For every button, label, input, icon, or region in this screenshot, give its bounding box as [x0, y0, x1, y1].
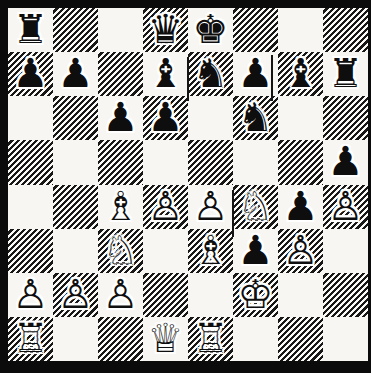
square-h1 [323, 317, 368, 361]
piece-black-knight: ♞ [193, 53, 229, 93]
square-e2 [188, 273, 233, 317]
piece-white-pawn: ♙ [193, 186, 229, 226]
piece-black-bishop: ♝ [148, 53, 184, 93]
square-h4: ♙ [323, 185, 368, 229]
square-a2: ♙ [8, 273, 53, 317]
square-a1: ♖ [8, 317, 53, 361]
square-c6: ♟ [98, 96, 143, 140]
piece-black-bishop: ♝ [283, 53, 319, 93]
piece-white-pawn: ♙ [103, 274, 139, 314]
piece-white-pawn: ♙ [328, 186, 364, 226]
square-c3: ♘ [98, 229, 143, 273]
square-a5 [8, 140, 53, 184]
square-c5 [98, 140, 143, 184]
square-e7: ♞ [188, 52, 233, 96]
piece-black-pawn: ♟ [148, 97, 184, 137]
square-b1 [53, 317, 98, 361]
square-d7: ♝ [143, 52, 188, 96]
square-a4 [8, 185, 53, 229]
square-h7: ♜ [323, 52, 368, 96]
scan-artifact-line [271, 55, 273, 101]
square-h6 [323, 96, 368, 140]
square-e1: ♖ [188, 317, 233, 361]
piece-white-pawn: ♙ [148, 186, 184, 226]
piece-black-rook: ♜ [13, 9, 49, 49]
piece-white-rook: ♖ [193, 318, 229, 358]
square-f8 [233, 8, 278, 52]
square-b3 [53, 229, 98, 273]
square-h2 [323, 273, 368, 317]
square-e3: ♗ [188, 229, 233, 273]
square-g1 [278, 317, 323, 361]
square-f3: ♟ [233, 229, 278, 273]
piece-white-knight: ♘ [103, 230, 139, 270]
square-c2: ♙ [98, 273, 143, 317]
square-g4: ♟ [278, 185, 323, 229]
square-e6 [188, 96, 233, 140]
piece-white-pawn: ♙ [283, 230, 319, 270]
square-a8: ♜ [8, 8, 53, 52]
piece-black-king: ♚ [193, 9, 229, 49]
piece-white-bishop: ♗ [193, 230, 229, 270]
piece-black-queen: ♛ [148, 9, 184, 49]
square-f1 [233, 317, 278, 361]
square-g2 [278, 273, 323, 317]
square-d4: ♙ [143, 185, 188, 229]
square-f6: ♞ [233, 96, 278, 140]
square-a7: ♟ [8, 52, 53, 96]
square-g7: ♝ [278, 52, 323, 96]
square-h5: ♟ [323, 140, 368, 184]
square-c8 [98, 8, 143, 52]
square-b2: ♙ [53, 273, 98, 317]
piece-white-knight: ♘ [238, 186, 274, 226]
square-b4 [53, 185, 98, 229]
piece-black-rook: ♜ [328, 53, 364, 93]
square-g3: ♙ [278, 229, 323, 273]
piece-black-pawn: ♟ [13, 53, 49, 93]
square-f4: ♘ [233, 185, 278, 229]
square-h8 [323, 8, 368, 52]
square-d2 [143, 273, 188, 317]
square-b8 [53, 8, 98, 52]
piece-white-king: ♔ [238, 274, 274, 314]
piece-black-pawn: ♟ [58, 53, 94, 93]
piece-white-queen: ♕ [148, 318, 184, 358]
piece-white-bishop: ♗ [103, 186, 139, 226]
square-f5 [233, 140, 278, 184]
square-e4: ♙ [188, 185, 233, 229]
square-h3 [323, 229, 368, 273]
square-d1: ♕ [143, 317, 188, 361]
square-d5 [143, 140, 188, 184]
piece-black-knight: ♞ [238, 97, 274, 137]
square-d6: ♟ [143, 96, 188, 140]
square-f2: ♔ [233, 273, 278, 317]
square-b5 [53, 140, 98, 184]
piece-black-pawn: ♟ [238, 53, 274, 93]
square-c1 [98, 317, 143, 361]
scan-artifact-line [187, 57, 189, 101]
square-a6 [8, 96, 53, 140]
chess-diagram-frame: ♜♛♚♟♟♝♞♟♝♜♟♟♞♟♗♙♙♘♟♙♘♗♟♙♙♙♙♔♖♕♖ [0, 0, 371, 373]
piece-black-pawn: ♟ [238, 230, 274, 270]
piece-black-pawn: ♟ [328, 141, 364, 181]
square-g5 [278, 140, 323, 184]
square-b6 [53, 96, 98, 140]
square-a3 [8, 229, 53, 273]
square-b7: ♟ [53, 52, 98, 96]
piece-white-rook: ♖ [13, 318, 49, 358]
piece-black-pawn: ♟ [103, 97, 139, 137]
square-e8: ♚ [188, 8, 233, 52]
square-e5 [188, 140, 233, 184]
piece-black-pawn: ♟ [283, 186, 319, 226]
square-d3 [143, 229, 188, 273]
square-g8 [278, 8, 323, 52]
square-g6 [278, 96, 323, 140]
square-c7 [98, 52, 143, 96]
piece-white-pawn: ♙ [13, 274, 49, 314]
square-d8: ♛ [143, 8, 188, 52]
square-c4: ♗ [98, 185, 143, 229]
scan-artifact-line [232, 190, 234, 237]
piece-white-pawn: ♙ [58, 274, 94, 314]
